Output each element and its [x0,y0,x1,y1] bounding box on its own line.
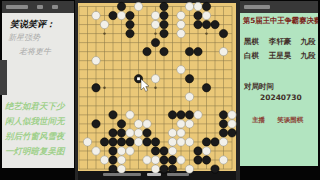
black-stone [109,11,117,19]
black-stone [92,120,100,128]
commentary-title: 笑说笑评： [10,18,55,31]
commentary-subtitle-2: 老将更牛 [19,46,51,57]
black-stone [202,156,210,164]
white-stone [202,147,210,155]
black-stone [160,2,168,10]
white-player-name: 王星昊 [269,51,292,60]
white-stone [117,165,125,173]
white-stone [168,138,176,146]
commentary-panel: 笑说笑评： 新星强势 老将更牛 绝艺如君天下少 闲人似我世间无 别后竹窗风雪夜 … [2,13,74,168]
black-stone [117,120,125,128]
black-stone [202,2,210,10]
app-window: 笑说笑评： 新星强势 老将更牛 绝艺如君天下少 闲人似我世间无 别后竹窗风雪夜 … [0,0,320,180]
black-stone [109,111,117,119]
move-counter [147,173,161,176]
event-title: 第5届王中王争霸赛决赛 [243,16,318,26]
white-stone [177,29,185,37]
white-stone [228,111,236,119]
white-stone [151,75,159,83]
white-player-rank: 九段 [301,51,316,60]
black-stone [219,129,227,137]
white-stone [92,11,100,19]
white-stone [143,156,151,164]
white-stone [92,57,100,65]
black-stone [194,20,202,28]
black-stone [143,138,151,146]
black-stone [194,48,202,56]
commentary-subtitle-1: 新星强势 [8,32,40,43]
black-stone [160,48,168,56]
white-stone [219,138,227,146]
black-stone [143,48,151,56]
black-stone [194,147,202,155]
white-stone [83,138,91,146]
black-stone [126,138,134,146]
black-stone [92,84,100,92]
white-stone [168,129,176,137]
black-stone [151,138,159,146]
white-stone [117,156,125,164]
white-stone [100,156,108,164]
black-stone [109,138,117,146]
white-stone [185,165,193,173]
white-player-line: 白棋 王星昊 九段 [244,51,316,61]
black-stone [194,156,202,164]
black-stone [117,138,125,146]
poem-line-2: 闲人似我世间无 [5,116,65,128]
white-stone [134,138,142,146]
black-label: 黑棋 [244,37,259,46]
black-stone [202,20,210,28]
black-stone [168,156,176,164]
black-stone [109,147,117,155]
black-stone [109,129,117,137]
black-stone [160,29,168,37]
white-stone [177,66,185,74]
black-stone [202,84,210,92]
black-stone [160,147,168,155]
white-stone [126,129,134,137]
poem-line-1: 绝艺如君天下少 [5,101,65,113]
black-stone [202,138,210,146]
black-stone [194,11,202,19]
white-stone [185,93,193,101]
white-stone [134,2,142,10]
black-stone [160,165,168,173]
white-stone [151,156,159,164]
black-stone [109,165,117,173]
white-stone [185,120,193,128]
black-stone [219,29,227,37]
black-stone [126,20,134,28]
black-stone [160,156,168,164]
white-stone [177,120,185,128]
white-stone [177,11,185,19]
playback-controls[interactable] [103,173,141,176]
black-stone [117,129,125,137]
black-stone [185,111,193,119]
white-stone [185,138,193,146]
white-stone [194,111,202,119]
black-stone [151,38,159,46]
white-stone [134,120,142,128]
close-button[interactable] [52,5,58,9]
go-board-svg[interactable] [75,0,240,180]
white-stone [177,138,185,146]
black-stone [228,129,236,137]
black-stone [117,2,125,10]
white-stone [117,147,125,155]
black-player-name: 李轩豪 [269,37,292,46]
last-move-marker [137,77,140,80]
black-stone [211,138,219,146]
info-title-text [244,5,270,9]
white-label: 白棋 [244,51,259,60]
black-stone [126,29,134,37]
black-stone [219,111,227,119]
white-stone [177,129,185,137]
black-stone [168,111,176,119]
host-line: 主播 笑谈围棋 [252,116,303,125]
white-stone [168,147,176,155]
white-stone [194,2,202,10]
white-stone [219,156,227,164]
tool-buttons[interactable] [167,173,189,176]
black-stone [109,156,117,164]
black-stone [185,75,193,83]
white-stone [177,156,185,164]
white-stone [126,147,134,155]
white-stone [143,120,151,128]
game-time-label: 对局时间 [244,82,274,92]
black-player-line: 黑棋 李轩豪 九段 [244,37,316,47]
black-stone [160,11,168,19]
white-stone [100,20,108,28]
black-player-rank: 九段 [301,37,316,46]
host-label: 主播 [252,116,265,124]
white-stone [126,111,134,119]
white-stone [185,2,193,10]
game-info-panel: 第5届王中王争霸赛决赛 黑棋 李轩豪 九段 白棋 王星昊 九段 对局时间 202… [240,13,318,166]
black-stone [168,165,176,173]
black-stone [151,147,159,155]
poem-line-3: 别后竹窗风雪夜 [5,131,65,143]
black-stone [211,20,219,28]
white-stone [134,129,142,137]
minimize-button[interactable] [37,5,43,9]
white-stone [219,48,227,56]
panel-tab-handle[interactable] [0,60,7,95]
white-stone [177,20,185,28]
black-stone [143,129,151,137]
white-stone [202,11,210,19]
black-stone [160,20,168,28]
black-stone [219,120,227,128]
white-stone [151,20,159,28]
white-stone [151,165,159,173]
black-stone [211,165,219,173]
white-stone [151,11,159,19]
poem-line-4: 一灯明暗复吴图 [5,146,65,158]
go-board[interactable] [75,0,240,180]
black-stone [100,138,108,146]
game-date: 20240730 [260,93,302,102]
host-name: 笑谈围棋 [277,116,303,124]
black-stone [177,111,185,119]
white-stone [228,120,236,128]
white-stone [92,147,100,155]
white-stone [117,11,125,19]
black-stone [185,48,193,56]
window-title-text [6,5,28,9]
black-stone [126,11,134,19]
